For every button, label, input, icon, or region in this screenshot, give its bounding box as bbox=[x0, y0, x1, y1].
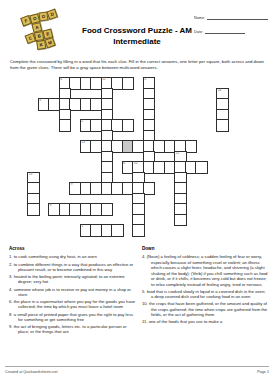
empty-space bbox=[70, 110, 81, 121]
empty-space bbox=[81, 194, 92, 205]
grid-cell[interactable] bbox=[175, 194, 186, 205]
grid-cell[interactable] bbox=[123, 78, 134, 89]
empty-space bbox=[217, 194, 228, 205]
empty-space bbox=[49, 120, 60, 131]
empty-space bbox=[186, 120, 197, 131]
empty-space bbox=[133, 110, 144, 121]
clue-number: 2 bbox=[81, 120, 83, 124]
empty-space bbox=[133, 120, 144, 131]
grid-cell[interactable] bbox=[91, 204, 102, 215]
empty-space bbox=[49, 215, 60, 226]
grid-cell[interactable]: 9 bbox=[70, 183, 81, 194]
grid-cell[interactable] bbox=[154, 162, 165, 173]
page-title-block: Food Crossword Puzzle - AM Intermediate bbox=[62, 26, 212, 48]
empty-space bbox=[39, 141, 50, 152]
clue-item-number: 8. bbox=[9, 312, 14, 317]
empty-space bbox=[112, 89, 123, 100]
crossword-grid: 41151432131261015981 bbox=[28, 78, 228, 236]
grid-cell[interactable] bbox=[60, 89, 71, 100]
empty-space bbox=[207, 215, 218, 226]
empty-space bbox=[102, 215, 113, 226]
empty-space bbox=[70, 141, 81, 152]
grid-cell[interactable] bbox=[102, 99, 113, 110]
empty-space bbox=[60, 215, 71, 226]
empty-space bbox=[123, 99, 134, 110]
clue-item: 4. (Noun) a feeling of coldness; a sudde… bbox=[142, 254, 268, 287]
grid-cell[interactable] bbox=[102, 141, 113, 152]
empty-space bbox=[217, 173, 228, 184]
grid-cell[interactable] bbox=[60, 204, 71, 215]
clue-item-number: 10. bbox=[142, 301, 149, 306]
grid-cell[interactable] bbox=[91, 225, 102, 236]
across-header: Across bbox=[9, 246, 136, 252]
empty-space bbox=[196, 120, 207, 131]
empty-space bbox=[175, 225, 186, 236]
empty-space bbox=[196, 152, 207, 163]
empty-space bbox=[196, 141, 207, 152]
grid-cell[interactable] bbox=[175, 162, 186, 173]
empty-space bbox=[154, 183, 165, 194]
empty-space bbox=[196, 173, 207, 184]
name-date-block: Name: Date: bbox=[194, 15, 268, 43]
empty-space bbox=[70, 215, 81, 226]
grid-cell[interactable] bbox=[81, 183, 92, 194]
grid-cell[interactable] bbox=[186, 141, 197, 152]
grid-cell[interactable] bbox=[102, 120, 113, 131]
clue-item: 11. one of the foods that you use to mak… bbox=[142, 319, 268, 324]
empty-space bbox=[175, 131, 186, 142]
clue-item: 10. the crops that have been gathered, o… bbox=[142, 301, 268, 317]
empty-space bbox=[207, 162, 218, 173]
empty-space bbox=[154, 152, 165, 163]
empty-space bbox=[165, 204, 176, 215]
empty-space bbox=[112, 162, 123, 173]
empty-space bbox=[112, 204, 123, 215]
empty-space bbox=[91, 131, 102, 142]
grid-cell[interactable] bbox=[112, 120, 123, 131]
grid-cell[interactable] bbox=[112, 225, 123, 236]
empty-space bbox=[81, 89, 92, 100]
empty-space bbox=[186, 110, 197, 121]
date-field[interactable] bbox=[205, 29, 245, 34]
empty-space bbox=[154, 110, 165, 121]
name-field[interactable] bbox=[207, 15, 268, 20]
clue-item: 9. the act of bringing goods, letters et… bbox=[9, 324, 136, 335]
empty-space bbox=[186, 183, 197, 194]
footer-credit: Created at Quickworksheets.net bbox=[5, 370, 57, 374]
empty-space bbox=[196, 78, 207, 89]
grid-cell[interactable] bbox=[60, 120, 71, 131]
clue-item-number: 5. bbox=[142, 289, 147, 294]
empty-space bbox=[70, 225, 81, 236]
empty-space bbox=[196, 183, 207, 194]
empty-space bbox=[49, 183, 60, 194]
empty-space bbox=[154, 78, 165, 89]
grid-cell[interactable] bbox=[175, 183, 186, 194]
page-footer: Created at Quickworksheets.net Page 1 bbox=[5, 366, 269, 374]
empty-space bbox=[175, 120, 186, 131]
grid-cell[interactable] bbox=[81, 204, 92, 215]
empty-space bbox=[123, 131, 134, 142]
grid-cell[interactable]: 12 bbox=[175, 152, 186, 163]
grid-cell[interactable] bbox=[144, 89, 155, 100]
empty-space bbox=[70, 120, 81, 131]
empty-space bbox=[217, 215, 228, 226]
empty-space bbox=[70, 194, 81, 205]
empty-space bbox=[102, 194, 113, 205]
empty-space bbox=[217, 131, 228, 142]
empty-space bbox=[207, 99, 218, 110]
empty-space bbox=[123, 204, 134, 215]
empty-space bbox=[28, 78, 39, 89]
empty-space bbox=[144, 225, 155, 236]
grid-cell[interactable] bbox=[102, 173, 113, 184]
empty-space bbox=[217, 78, 228, 89]
empty-space bbox=[28, 141, 39, 152]
empty-space bbox=[196, 225, 207, 236]
grid-cell[interactable] bbox=[102, 225, 113, 236]
empty-space bbox=[39, 78, 50, 89]
empty-space bbox=[70, 162, 81, 173]
empty-space bbox=[154, 89, 165, 100]
empty-space bbox=[49, 225, 60, 236]
grid-cell[interactable] bbox=[165, 141, 176, 152]
grid-cell[interactable] bbox=[91, 183, 102, 194]
empty-space bbox=[165, 173, 176, 184]
empty-space bbox=[165, 183, 176, 194]
name-label: Name: bbox=[194, 16, 205, 20]
empty-space bbox=[123, 110, 134, 121]
gray-separator-cell bbox=[123, 141, 134, 152]
empty-space bbox=[186, 194, 197, 205]
empty-space bbox=[207, 152, 218, 163]
clue-number: 1 bbox=[81, 225, 83, 229]
grid-cell[interactable] bbox=[28, 183, 39, 194]
empty-space bbox=[91, 89, 102, 100]
grid-cell[interactable] bbox=[102, 131, 113, 142]
empty-space bbox=[165, 89, 176, 100]
empty-space bbox=[207, 194, 218, 205]
grid-cell[interactable] bbox=[91, 120, 102, 131]
grid-cell[interactable]: 15 bbox=[28, 173, 39, 184]
clue-item-number: 4. bbox=[142, 254, 147, 259]
grid-cell[interactable] bbox=[81, 78, 92, 89]
clue-number: 13 bbox=[81, 141, 84, 145]
empty-space bbox=[133, 89, 144, 100]
grid-cell[interactable] bbox=[102, 110, 113, 121]
grid-cell[interactable] bbox=[133, 173, 144, 184]
clue-item: 6. the place in a supermarket where you … bbox=[9, 299, 136, 310]
grid-cell[interactable] bbox=[133, 194, 144, 205]
empty-space bbox=[133, 99, 144, 110]
grid-cell[interactable] bbox=[28, 204, 39, 215]
empty-space bbox=[207, 204, 218, 215]
empty-space bbox=[207, 131, 218, 142]
clue-item: 4. someone whose job is to receive or pa… bbox=[9, 287, 136, 298]
clue-item-number: 1. bbox=[9, 254, 14, 259]
empty-space bbox=[49, 89, 60, 100]
empty-space bbox=[217, 152, 228, 163]
empty-space bbox=[186, 89, 197, 100]
empty-space bbox=[60, 162, 71, 173]
grid-cell[interactable] bbox=[60, 110, 71, 121]
empty-space bbox=[165, 225, 176, 236]
grid-cell[interactable] bbox=[154, 141, 165, 152]
clue-number: 3 bbox=[39, 99, 41, 103]
grid-cell[interactable]: 8 bbox=[49, 204, 60, 215]
grid-cell[interactable] bbox=[144, 99, 155, 110]
empty-space bbox=[196, 215, 207, 226]
empty-space bbox=[175, 89, 186, 100]
grid-cell[interactable] bbox=[91, 78, 102, 89]
empty-space bbox=[196, 131, 207, 142]
grid-cell[interactable] bbox=[133, 183, 144, 194]
empty-space bbox=[175, 99, 186, 110]
grid-cell[interactable] bbox=[91, 141, 102, 152]
empty-space bbox=[186, 78, 197, 89]
empty-space bbox=[165, 120, 176, 131]
empty-space bbox=[91, 194, 102, 205]
empty-space bbox=[133, 78, 144, 89]
empty-space bbox=[133, 131, 144, 142]
empty-space bbox=[123, 215, 134, 226]
grid-cell[interactable] bbox=[144, 162, 155, 173]
empty-space bbox=[112, 131, 123, 142]
grid-cell[interactable] bbox=[165, 162, 176, 173]
empty-space bbox=[144, 204, 155, 215]
grid-cell[interactable]: 1 bbox=[81, 225, 92, 236]
empty-space bbox=[154, 131, 165, 142]
grid-cell[interactable] bbox=[175, 204, 186, 215]
empty-space bbox=[217, 141, 228, 152]
empty-space bbox=[28, 152, 39, 163]
grid-cell[interactable]: 13 bbox=[81, 141, 92, 152]
empty-space bbox=[28, 99, 39, 110]
grid-cell[interactable] bbox=[175, 173, 186, 184]
page-title: Food Crossword Puzzle - AM bbox=[62, 26, 212, 37]
empty-space bbox=[112, 152, 123, 163]
empty-space bbox=[175, 78, 186, 89]
empty-space bbox=[91, 162, 102, 173]
grid-cell[interactable] bbox=[144, 110, 155, 121]
grid-cell[interactable]: 6 bbox=[123, 162, 134, 173]
grid-cell[interactable]: 4 bbox=[60, 78, 71, 89]
grid-cell[interactable] bbox=[133, 141, 144, 152]
empty-space bbox=[196, 110, 207, 121]
grid-cell[interactable] bbox=[112, 141, 123, 152]
empty-space bbox=[39, 173, 50, 184]
empty-space bbox=[207, 110, 218, 121]
crossword-grid-wrapper: 41151432131261015981 bbox=[28, 78, 228, 236]
grid-cell[interactable] bbox=[133, 215, 144, 226]
logo-tile: M bbox=[44, 37, 56, 49]
empty-space bbox=[112, 194, 123, 205]
grid-cell[interactable] bbox=[70, 78, 81, 89]
instructions-text: Complete the crossword by filling in a w… bbox=[10, 59, 264, 71]
empty-space bbox=[186, 173, 197, 184]
empty-space bbox=[60, 131, 71, 142]
grid-cell[interactable]: 2 bbox=[81, 120, 92, 131]
empty-space bbox=[165, 131, 176, 142]
grid-cell[interactable] bbox=[91, 99, 102, 110]
grid-cell[interactable] bbox=[217, 99, 228, 110]
empty-space bbox=[165, 152, 176, 163]
grid-cell[interactable] bbox=[70, 204, 81, 215]
across-clues-section: Across 1. to cook something using dry he… bbox=[9, 246, 136, 337]
empty-space bbox=[39, 152, 50, 163]
grid-cell[interactable] bbox=[112, 183, 123, 194]
grid-cell[interactable] bbox=[133, 204, 144, 215]
empty-space bbox=[186, 204, 197, 215]
footer-page-number: Page 1 bbox=[257, 370, 269, 374]
empty-space bbox=[60, 194, 71, 205]
empty-space bbox=[144, 173, 155, 184]
empty-space bbox=[60, 141, 71, 152]
empty-space bbox=[60, 183, 71, 194]
empty-space bbox=[28, 120, 39, 131]
empty-space bbox=[154, 204, 165, 215]
clue-item: 2. to combine different things in a way … bbox=[9, 262, 136, 273]
empty-space bbox=[196, 89, 207, 100]
grid-cell[interactable] bbox=[102, 89, 113, 100]
empty-space bbox=[39, 183, 50, 194]
clue-number: 12 bbox=[176, 152, 179, 156]
empty-space bbox=[39, 215, 50, 226]
empty-space bbox=[112, 173, 123, 184]
empty-space bbox=[39, 194, 50, 205]
empty-space bbox=[39, 225, 50, 236]
clue-number: 9 bbox=[71, 183, 73, 187]
empty-space bbox=[39, 110, 50, 121]
grid-cell[interactable] bbox=[70, 99, 81, 110]
grid-cell[interactable] bbox=[28, 194, 39, 205]
empty-space bbox=[81, 152, 92, 163]
clue-item-number: 2. bbox=[9, 262, 14, 267]
empty-space bbox=[207, 173, 218, 184]
empty-space bbox=[123, 194, 134, 205]
empty-space bbox=[217, 162, 228, 173]
clue-number: 14 bbox=[218, 89, 221, 93]
empty-space bbox=[217, 204, 228, 215]
grid-cell[interactable] bbox=[196, 162, 207, 173]
empty-space bbox=[123, 89, 134, 100]
across-clues-list: 1. to cook something using dry heat, in … bbox=[9, 254, 136, 334]
grid-cell[interactable] bbox=[123, 183, 134, 194]
empty-space bbox=[60, 152, 71, 163]
clue-item-number: 11. bbox=[142, 319, 149, 324]
grid-cell[interactable] bbox=[217, 110, 228, 121]
grid-cell[interactable] bbox=[102, 152, 113, 163]
grid-cell[interactable] bbox=[60, 99, 71, 110]
grid-cell[interactable]: 11 bbox=[102, 78, 113, 89]
down-clues-list: 4. (Noun) a feeling of coldness; a sudde… bbox=[142, 254, 268, 324]
grid-cell[interactable] bbox=[102, 204, 113, 215]
grid-cell[interactable] bbox=[112, 78, 123, 89]
empty-space bbox=[70, 89, 81, 100]
empty-space bbox=[207, 225, 218, 236]
empty-space bbox=[49, 78, 60, 89]
empty-space bbox=[186, 225, 197, 236]
empty-space bbox=[91, 110, 102, 121]
empty-space bbox=[196, 194, 207, 205]
empty-space bbox=[154, 173, 165, 184]
grid-cell[interactable] bbox=[102, 183, 113, 194]
grid-cell[interactable] bbox=[144, 131, 155, 142]
empty-space bbox=[60, 173, 71, 184]
grid-cell[interactable]: 14 bbox=[217, 89, 228, 100]
grid-cell[interactable]: 10 bbox=[133, 162, 144, 173]
empty-space bbox=[207, 141, 218, 152]
clue-item-number: 9. bbox=[9, 324, 14, 329]
empty-space bbox=[49, 162, 60, 173]
empty-space bbox=[28, 215, 39, 226]
empty-space bbox=[186, 99, 197, 110]
empty-space bbox=[217, 225, 228, 236]
clue-number: 10 bbox=[134, 162, 137, 166]
empty-space bbox=[154, 215, 165, 226]
empty-space bbox=[70, 152, 81, 163]
clue-item-number: 6. bbox=[9, 299, 14, 304]
empty-space bbox=[49, 141, 60, 152]
empty-space bbox=[165, 78, 176, 89]
clue-number: 6 bbox=[123, 162, 125, 166]
down-clues-section: Down 4. (Noun) a feeling of coldness; a … bbox=[142, 246, 268, 326]
grid-cell[interactable]: 3 bbox=[39, 99, 50, 110]
empty-space bbox=[70, 131, 81, 142]
grid-cell[interactable] bbox=[81, 99, 92, 110]
grid-cell[interactable] bbox=[49, 99, 60, 110]
empty-space bbox=[207, 78, 218, 89]
grid-cell[interactable] bbox=[175, 141, 186, 152]
empty-space bbox=[39, 162, 50, 173]
clue-item-number: 3. bbox=[9, 274, 14, 279]
empty-space bbox=[186, 152, 197, 163]
empty-space bbox=[49, 152, 60, 163]
empty-space bbox=[28, 225, 39, 236]
grid-cell[interactable] bbox=[123, 120, 134, 131]
grid-cell[interactable] bbox=[186, 162, 197, 173]
empty-space bbox=[49, 110, 60, 121]
empty-space bbox=[207, 183, 218, 194]
grid-cell[interactable] bbox=[144, 141, 155, 152]
empty-space bbox=[165, 194, 176, 205]
clue-item: 3. heated to the boiling point; intensel… bbox=[9, 274, 136, 285]
grid-cell[interactable] bbox=[144, 183, 155, 194]
grid-cell[interactable] bbox=[133, 225, 144, 236]
empty-space bbox=[154, 225, 165, 236]
empty-space bbox=[207, 89, 218, 100]
grid-cell[interactable] bbox=[217, 120, 228, 131]
empty-space bbox=[28, 162, 39, 173]
clue-number: 5 bbox=[144, 78, 146, 82]
grid-cell[interactable] bbox=[175, 215, 186, 226]
logo-tile: D bbox=[46, 9, 58, 21]
clue-number: 8 bbox=[50, 204, 52, 208]
empty-space bbox=[154, 120, 165, 131]
empty-space bbox=[207, 120, 218, 131]
empty-space bbox=[165, 215, 176, 226]
grid-cell[interactable]: 5 bbox=[144, 78, 155, 89]
empty-space bbox=[196, 99, 207, 110]
empty-space bbox=[39, 131, 50, 142]
empty-space bbox=[154, 194, 165, 205]
grid-cell[interactable] bbox=[102, 162, 113, 173]
empty-space bbox=[112, 215, 123, 226]
grid-cell[interactable] bbox=[144, 152, 155, 163]
empty-space bbox=[91, 215, 102, 226]
grid-cell[interactable] bbox=[144, 120, 155, 131]
clue-number: 11 bbox=[102, 78, 105, 82]
